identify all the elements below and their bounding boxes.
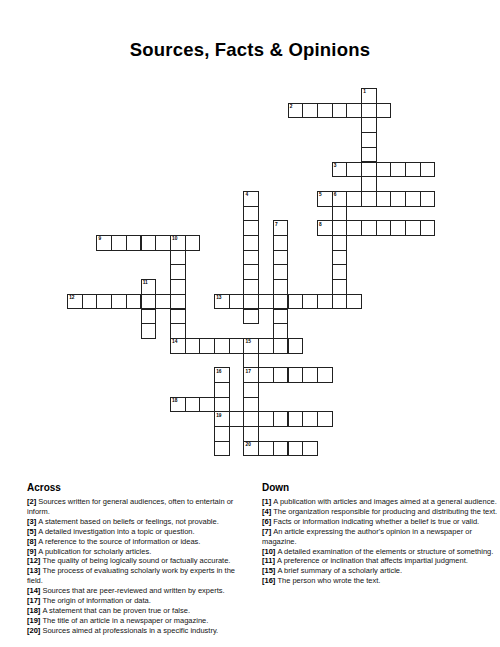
clue-down-7: [7] An article expressing the author's o… [262, 527, 498, 547]
cell-number: 14 [172, 339, 177, 344]
grid-cell[interactable] [199, 397, 215, 413]
cell-number: 17 [246, 369, 251, 374]
grid-cell[interactable] [243, 382, 259, 398]
cell-number: 18 [172, 398, 177, 403]
clue-text: The quality of being logically sound or … [42, 556, 230, 565]
grid-cell[interactable] [243, 397, 259, 413]
clue-number: [12] [27, 556, 42, 565]
clue-across-8: [8] A reference to the source of informa… [27, 537, 252, 547]
clue-number: [1] [262, 497, 273, 506]
cell-number: 3 [334, 163, 337, 168]
grid-cell[interactable] [346, 294, 362, 310]
clue-number: [18] [27, 606, 42, 615]
clue-text: A statement that can be proven true or f… [42, 606, 190, 615]
grid-cell[interactable] [405, 162, 421, 178]
grid-cell[interactable]: 13 [214, 294, 230, 310]
clue-down-10: [10] A detailed examination of the eleme… [262, 547, 498, 557]
clue-down-11: [11] A preference or inclination that af… [262, 556, 498, 566]
grid-cell[interactable] [361, 220, 377, 236]
grid-cell[interactable] [420, 220, 436, 236]
clue-number: [8] [27, 537, 38, 546]
grid-cell[interactable] [390, 162, 406, 178]
cell-number: 13 [216, 295, 221, 300]
clue-text: The origin of information or data. [42, 596, 150, 605]
grid-cell[interactable] [302, 103, 318, 119]
grid-cell[interactable] [361, 117, 377, 133]
grid-cell[interactable] [376, 103, 392, 119]
grid-cell[interactable] [302, 294, 318, 310]
clue-text: A publication with articles and images a… [273, 497, 496, 506]
grid-cell[interactable] [302, 367, 318, 383]
grid-cell[interactable] [273, 411, 289, 427]
grid-cell[interactable] [170, 309, 186, 325]
grid-cell[interactable] [170, 264, 186, 280]
clue-text: The title of an article in a newspaper o… [42, 616, 208, 625]
grid-cell[interactable] [317, 367, 333, 383]
clue-across-9: [9] A publication for scholarly articles… [27, 547, 252, 557]
grid-cell[interactable]: 5 [317, 191, 333, 207]
clue-across-13: [13] The process of evaluating scholarly… [27, 566, 252, 586]
grid-cell[interactable] [332, 103, 348, 119]
crossword-grid: 2356891012131415171819201471116 [67, 88, 437, 458]
grid-cell[interactable]: 11 [141, 279, 157, 295]
clue-text: A statement based on beliefs or feelings… [38, 517, 219, 526]
grid-cell[interactable] [141, 309, 157, 325]
clue-text: Sources that are peer-reviewed and writt… [42, 586, 224, 595]
clue-number: [13] [27, 566, 42, 575]
grid-cell[interactable] [288, 294, 304, 310]
clue-text: Facts or information indicating whether … [273, 517, 479, 526]
down-clue-list: [1] A publication with articles and imag… [262, 497, 498, 586]
grid-cell[interactable] [273, 279, 289, 295]
grid-cell[interactable] [288, 367, 304, 383]
clue-across-19: [19] The title of an article in a newspa… [27, 616, 252, 626]
grid-cell[interactable] [288, 441, 304, 457]
cell-number: 20 [246, 442, 251, 447]
cell-number: 10 [172, 236, 177, 241]
grid-cell[interactable] [243, 294, 259, 310]
grid-cell[interactable] [376, 220, 392, 236]
grid-cell[interactable]: 2 [288, 103, 304, 119]
grid-cell[interactable] [185, 397, 201, 413]
clue-text: A detailed investigation into a topic or… [38, 527, 194, 536]
grid-cell[interactable] [214, 338, 230, 354]
grid-cell[interactable]: 4 [243, 191, 259, 207]
clue-text: A publication for scholarly articles. [38, 547, 151, 556]
clue-text: The process of evaluating scholarly work… [27, 566, 235, 585]
grid-cell[interactable] [229, 411, 245, 427]
clue-down-16: [16] The person who wrote the text. [262, 576, 498, 586]
grid-cell[interactable] [214, 382, 230, 398]
grid-cell[interactable] [243, 426, 259, 442]
grid-cell[interactable] [361, 103, 377, 119]
grid-cell[interactable] [420, 162, 436, 178]
grid-cell[interactable] [332, 279, 348, 295]
clue-number: [7] [262, 527, 273, 536]
clue-text: An article expressing the author's opini… [262, 527, 472, 546]
cell-number: 8 [319, 222, 322, 227]
grid-cell[interactable] [243, 235, 259, 251]
grid-cell[interactable] [332, 206, 348, 222]
grid-cell[interactable] [361, 147, 377, 163]
clue-number: [10] [262, 547, 277, 556]
grid-cell[interactable] [273, 309, 289, 325]
grid-cell[interactable]: 6 [332, 191, 348, 207]
grid-cell[interactable] [332, 220, 348, 236]
grid-cell[interactable] [302, 441, 318, 457]
grid-cell[interactable] [288, 411, 304, 427]
cell-number: 7 [275, 222, 278, 227]
clue-number: [15] [262, 566, 277, 575]
clue-across-17: [17] The origin of information or data. [27, 596, 252, 606]
grid-cell[interactable] [214, 397, 230, 413]
grid-cell[interactable] [273, 367, 289, 383]
clue-down-15: [15] A brief summary of a scholarly arti… [262, 566, 498, 576]
grid-cell[interactable] [273, 264, 289, 280]
clue-number: [2] [27, 497, 38, 506]
grid-cell[interactable]: 19 [214, 411, 230, 427]
cell-number: 16 [216, 369, 221, 374]
clue-text: A preference or inclination that affects… [277, 556, 468, 565]
grid-cell[interactable] [243, 264, 259, 280]
grid-cell[interactable] [214, 426, 230, 442]
grid-cell[interactable]: 20 [243, 441, 259, 457]
clue-across-14: [14] Sources that are peer-reviewed and … [27, 586, 252, 596]
grid-cell[interactable] [243, 279, 259, 295]
clue-number: [14] [27, 586, 42, 595]
grid-cell[interactable] [111, 235, 127, 251]
cell-number: 11 [143, 280, 148, 285]
clue-across-5: [5] A detailed investigation into a topi… [27, 527, 252, 537]
grid-cell[interactable] [96, 294, 112, 310]
grid-cell[interactable] [243, 220, 259, 236]
clue-number: [6] [262, 517, 273, 526]
grid-cell[interactable] [302, 411, 318, 427]
grid-cell[interactable] [258, 294, 274, 310]
grid-cell[interactable]: 7 [273, 220, 289, 236]
grid-cell[interactable]: 9 [96, 235, 112, 251]
clue-across-20: [20] Sources aimed at professionals in a… [27, 626, 252, 636]
cell-number: 6 [334, 192, 337, 197]
grid-cell[interactable] [361, 132, 377, 148]
clue-down-1: [1] A publication with articles and imag… [262, 497, 498, 507]
grid-cell[interactable] [361, 162, 377, 178]
grid-cell[interactable] [361, 176, 377, 192]
cell-number: 2 [290, 104, 293, 109]
grid-cell[interactable]: 15 [243, 338, 259, 354]
grid-cell[interactable] [332, 235, 348, 251]
cell-number: 4 [246, 192, 249, 197]
cell-number: 19 [216, 413, 221, 418]
grid-cell[interactable] [82, 294, 98, 310]
clue-number: [19] [27, 616, 42, 625]
clue-down-6: [6] Facts or information indicating whet… [262, 517, 498, 527]
cell-number: 1 [363, 89, 366, 94]
grid-cell[interactable] [141, 323, 157, 339]
grid-cell[interactable]: 14 [170, 338, 186, 354]
grid-cell[interactable] [258, 441, 274, 457]
grid-cell[interactable] [361, 191, 377, 207]
clue-number: [16] [262, 576, 277, 585]
clue-text: Sources written for general audiences, o… [27, 497, 233, 516]
grid-cell[interactable]: 1 [361, 88, 377, 104]
clue-number: [11] [262, 556, 277, 565]
grid-cell[interactable] [170, 279, 186, 295]
grid-cell[interactable] [376, 162, 392, 178]
grid-cell[interactable] [126, 235, 142, 251]
grid-cell[interactable] [332, 294, 348, 310]
across-clues-column: Across [2] Sources written for general a… [27, 482, 252, 636]
grid-cell[interactable]: 18 [170, 397, 186, 413]
clue-across-3: [3] A statement based on beliefs or feel… [27, 517, 252, 527]
clue-across-18: [18] A statement that can be proven true… [27, 606, 252, 616]
cell-number: 15 [246, 339, 251, 344]
grid-cell[interactable] [273, 294, 289, 310]
grid-cell[interactable] [273, 250, 289, 266]
grid-cell[interactable] [346, 191, 362, 207]
clue-number: [17] [27, 596, 42, 605]
grid-cell[interactable] [185, 338, 201, 354]
clue-text: A brief summary of a scholarly article. [277, 566, 402, 575]
clues-section: Across [2] Sources written for general a… [27, 482, 498, 636]
grid-cell[interactable]: 8 [317, 220, 333, 236]
grid-cell[interactable] [273, 235, 289, 251]
grid-cell[interactable] [243, 411, 259, 427]
down-heading: Down [262, 482, 498, 493]
grid-cell[interactable] [273, 338, 289, 354]
grid-cell[interactable] [199, 338, 215, 354]
grid-cell[interactable] [243, 206, 259, 222]
clue-down-4: [4] The organization responsible for pro… [262, 507, 498, 517]
grid-cell[interactable] [111, 294, 127, 310]
grid-cell[interactable] [258, 338, 274, 354]
crossword-page: Sources, Facts & Opinions 23568910121314… [0, 0, 500, 647]
cell-number: 9 [99, 236, 102, 241]
grid-cell[interactable] [243, 353, 259, 369]
grid-cell[interactable] [317, 103, 333, 119]
across-heading: Across [27, 482, 252, 493]
grid-cell[interactable] [141, 235, 157, 251]
grid-cell[interactable] [346, 220, 362, 236]
grid-cell[interactable] [214, 441, 230, 457]
grid-cell[interactable] [243, 250, 259, 266]
grid-cell[interactable] [229, 294, 245, 310]
grid-cell[interactable]: 12 [67, 294, 83, 310]
grid-cell[interactable] [390, 220, 406, 236]
down-clues-column: Down [1] A publication with articles and… [262, 482, 498, 636]
clue-text: The person who wrote the text. [277, 576, 380, 585]
grid-cell[interactable] [332, 250, 348, 266]
grid-cell[interactable] [332, 264, 348, 280]
grid-cell[interactable] [346, 162, 362, 178]
grid-cell[interactable] [405, 220, 421, 236]
grid-cell[interactable] [141, 294, 157, 310]
clue-text: The organization responsible for produci… [273, 507, 497, 516]
clue-text: A reference to the source of information… [38, 537, 200, 546]
grid-cell[interactable] [273, 441, 289, 457]
clue-number: [5] [27, 527, 38, 536]
clue-number: [9] [27, 547, 38, 556]
clue-number: [4] [262, 507, 273, 516]
grid-cell[interactable] [185, 235, 201, 251]
grid-cell[interactable]: 3 [332, 162, 348, 178]
clue-text: Sources aimed at professionals in a spec… [42, 626, 218, 635]
clue-across-2: [2] Sources written for general audience… [27, 497, 252, 517]
grid-cell[interactable] [273, 323, 289, 339]
page-title: Sources, Facts & Opinions [0, 39, 500, 61]
grid-cell[interactable]: 17 [243, 367, 259, 383]
grid-cell[interactable] [155, 235, 171, 251]
grid-cell[interactable] [243, 309, 259, 325]
cell-number: 5 [319, 192, 322, 197]
grid-cell[interactable]: 16 [214, 367, 230, 383]
grid-cell[interactable] [126, 294, 142, 310]
grid-cell[interactable]: 10 [170, 235, 186, 251]
grid-cell[interactable] [155, 294, 171, 310]
clue-across-12: [12] The quality of being logically soun… [27, 556, 252, 566]
grid-cell[interactable] [258, 411, 274, 427]
grid-cell[interactable] [229, 338, 245, 354]
cell-number: 12 [69, 295, 74, 300]
grid-cell[interactable] [288, 338, 304, 354]
grid-cell[interactable] [170, 294, 186, 310]
clue-text: A detailed examination of the elements o… [277, 547, 493, 556]
grid-cell[interactable] [258, 367, 274, 383]
grid-cell[interactable] [420, 191, 436, 207]
grid-cell[interactable] [170, 250, 186, 266]
grid-cell[interactable] [170, 323, 186, 339]
grid-cell[interactable] [317, 411, 333, 427]
grid-cell[interactable] [405, 191, 421, 207]
grid-cell[interactable] [346, 103, 362, 119]
clue-number: [20] [27, 626, 42, 635]
grid-cell[interactable] [390, 191, 406, 207]
grid-cell[interactable] [317, 294, 333, 310]
clue-number: [3] [27, 517, 38, 526]
grid-cell[interactable] [376, 191, 392, 207]
across-clue-list: [2] Sources written for general audience… [27, 497, 252, 636]
